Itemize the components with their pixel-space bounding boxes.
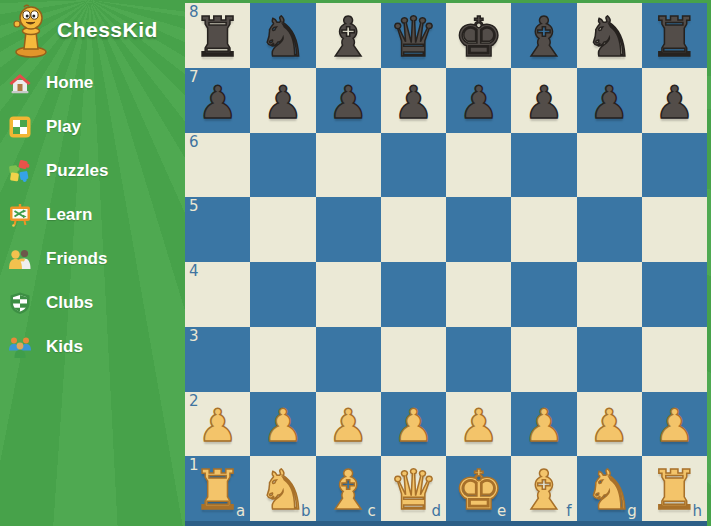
square-c8[interactable]: ♝ xyxy=(316,3,381,68)
black-pawn[interactable]: ♟ xyxy=(393,80,433,125)
logo-wordmark: ChessKid xyxy=(57,18,158,42)
square-a3[interactable]: 3 xyxy=(185,327,250,392)
square-h5[interactable] xyxy=(642,197,707,262)
square-f7[interactable]: ♟ xyxy=(511,68,576,133)
square-b3[interactable] xyxy=(250,327,315,392)
square-a6[interactable]: 6 xyxy=(185,133,250,198)
square-b6[interactable] xyxy=(250,133,315,198)
square-g7[interactable]: ♟ xyxy=(577,68,642,133)
square-c1[interactable]: c♝ xyxy=(316,456,381,521)
black-pawn[interactable]: ♟ xyxy=(524,80,564,125)
square-d8[interactable]: ♛ xyxy=(381,3,446,68)
square-h2[interactable]: ♟ xyxy=(642,392,707,457)
white-bishop[interactable]: ♝ xyxy=(519,463,568,518)
square-g6[interactable] xyxy=(577,133,642,198)
sidebar-item-learn[interactable]: Learn xyxy=(8,203,179,227)
square-a2[interactable]: 2♟ xyxy=(185,392,250,457)
sidebar-item-label: Puzzles xyxy=(46,161,108,181)
square-g8[interactable]: ♞ xyxy=(577,3,642,68)
square-a5[interactable]: 5 xyxy=(185,197,250,262)
square-c3[interactable] xyxy=(316,327,381,392)
square-a4[interactable]: 4 xyxy=(185,262,250,327)
square-g2[interactable]: ♟ xyxy=(577,392,642,457)
white-pawn[interactable]: ♟ xyxy=(654,403,694,448)
sidebar-item-label: Clubs xyxy=(46,293,93,313)
black-bishop[interactable]: ♝ xyxy=(519,10,568,65)
square-b4[interactable] xyxy=(250,262,315,327)
square-b1[interactable]: b♞ xyxy=(250,456,315,521)
square-f2[interactable]: ♟ xyxy=(511,392,576,457)
square-a7[interactable]: 7♟ xyxy=(185,68,250,133)
black-bishop[interactable]: ♝ xyxy=(323,10,372,65)
square-e6[interactable] xyxy=(446,133,511,198)
white-pawn[interactable]: ♟ xyxy=(197,403,237,448)
sidebar-item-kids[interactable]: Kids xyxy=(8,335,179,359)
black-queen[interactable]: ♛ xyxy=(389,10,438,65)
square-g5[interactable] xyxy=(577,197,642,262)
chesskid-logo[interactable]: ChessKid xyxy=(4,2,158,58)
black-pawn[interactable]: ♟ xyxy=(458,80,498,125)
kids-icon xyxy=(8,335,32,359)
square-d4[interactable] xyxy=(381,262,446,327)
chess-board: 8♜♞♝♛♚♝♞♜7♟♟♟♟♟♟♟♟65432♟♟♟♟♟♟♟♟1a♜b♞c♝d♛… xyxy=(185,3,707,526)
black-pawn[interactable]: ♟ xyxy=(654,80,694,125)
square-b2[interactable]: ♟ xyxy=(250,392,315,457)
sidebar-item-label: Home xyxy=(46,73,93,93)
chesskid-pawn-mascot-icon xyxy=(4,2,56,58)
square-d5[interactable] xyxy=(381,197,446,262)
square-a1[interactable]: 1a♜ xyxy=(185,456,250,521)
square-h7[interactable]: ♟ xyxy=(642,68,707,133)
learn-board-icon xyxy=(8,203,32,227)
square-f1[interactable]: f♝ xyxy=(511,456,576,521)
square-d3[interactable] xyxy=(381,327,446,392)
puzzles-icon xyxy=(8,159,32,183)
white-rook[interactable]: ♜ xyxy=(193,463,242,518)
sidebar-item-label: Kids xyxy=(46,337,83,357)
sidebar-item-label: Play xyxy=(46,117,81,137)
black-knight[interactable]: ♞ xyxy=(258,10,307,65)
square-f8[interactable]: ♝ xyxy=(511,3,576,68)
square-h6[interactable] xyxy=(642,133,707,198)
rank-label-5: 5 xyxy=(189,199,199,214)
sidebar-item-home[interactable]: Home xyxy=(8,71,179,95)
black-pawn[interactable]: ♟ xyxy=(197,80,237,125)
square-e4[interactable] xyxy=(446,262,511,327)
square-g4[interactable] xyxy=(577,262,642,327)
square-h3[interactable] xyxy=(642,327,707,392)
square-e8[interactable]: ♚ xyxy=(446,3,511,68)
sidebar-nav: Home Play xyxy=(8,71,179,379)
white-knight[interactable]: ♞ xyxy=(258,463,307,518)
black-knight[interactable]: ♞ xyxy=(584,10,633,65)
sidebar-item-label: Learn xyxy=(46,205,92,225)
home-icon xyxy=(8,71,32,95)
white-bishop[interactable]: ♝ xyxy=(323,463,372,518)
friends-icon xyxy=(8,247,32,271)
white-queen[interactable]: ♛ xyxy=(389,463,438,518)
play-board-icon xyxy=(8,115,32,139)
black-rook[interactable]: ♜ xyxy=(193,10,242,65)
black-king[interactable]: ♚ xyxy=(454,10,503,65)
clubs-shield-icon xyxy=(8,291,32,315)
square-c4[interactable] xyxy=(316,262,381,327)
white-pawn[interactable]: ♟ xyxy=(393,403,433,448)
square-b8[interactable]: ♞ xyxy=(250,3,315,68)
square-c2[interactable]: ♟ xyxy=(316,392,381,457)
square-g3[interactable] xyxy=(577,327,642,392)
square-f3[interactable] xyxy=(511,327,576,392)
square-f5[interactable] xyxy=(511,197,576,262)
square-d2[interactable]: ♟ xyxy=(381,392,446,457)
square-g1[interactable]: g♞ xyxy=(577,456,642,521)
square-d6[interactable] xyxy=(381,133,446,198)
square-a8[interactable]: 8♜ xyxy=(185,3,250,68)
sidebar-item-friends[interactable]: Friends xyxy=(8,247,179,271)
square-e7[interactable]: ♟ xyxy=(446,68,511,133)
black-rook[interactable]: ♜ xyxy=(650,10,699,65)
black-pawn[interactable]: ♟ xyxy=(263,80,303,125)
white-pawn[interactable]: ♟ xyxy=(589,403,629,448)
black-pawn[interactable]: ♟ xyxy=(328,80,368,125)
square-c6[interactable] xyxy=(316,133,381,198)
sidebar: ChessKid Home xyxy=(0,0,185,526)
sidebar-item-puzzles[interactable]: Puzzles xyxy=(8,159,179,183)
rank-label-6: 6 xyxy=(189,135,199,150)
square-h8[interactable]: ♜ xyxy=(642,3,707,68)
sidebar-item-label: Friends xyxy=(46,249,107,269)
white-knight[interactable]: ♞ xyxy=(584,463,633,518)
white-pawn[interactable]: ♟ xyxy=(458,403,498,448)
square-d7[interactable]: ♟ xyxy=(381,68,446,133)
square-e2[interactable]: ♟ xyxy=(446,392,511,457)
square-c7[interactable]: ♟ xyxy=(316,68,381,133)
white-pawn[interactable]: ♟ xyxy=(328,403,368,448)
black-pawn[interactable]: ♟ xyxy=(589,80,629,125)
white-pawn[interactable]: ♟ xyxy=(524,403,564,448)
white-rook[interactable]: ♜ xyxy=(650,463,699,518)
white-king[interactable]: ♚ xyxy=(454,463,503,518)
rank-label-4: 4 xyxy=(189,264,199,279)
square-b7[interactable]: ♟ xyxy=(250,68,315,133)
square-e5[interactable] xyxy=(446,197,511,262)
square-d1[interactable]: d♛ xyxy=(381,456,446,521)
square-e1[interactable]: e♚ xyxy=(446,456,511,521)
white-pawn[interactable]: ♟ xyxy=(263,403,303,448)
square-h4[interactable] xyxy=(642,262,707,327)
square-c5[interactable] xyxy=(316,197,381,262)
square-f4[interactable] xyxy=(511,262,576,327)
square-b5[interactable] xyxy=(250,197,315,262)
sidebar-item-clubs[interactable]: Clubs xyxy=(8,291,179,315)
square-h1[interactable]: h♜ xyxy=(642,456,707,521)
sidebar-item-play[interactable]: Play xyxy=(8,115,179,139)
square-f6[interactable] xyxy=(511,133,576,198)
rank-label-3: 3 xyxy=(189,329,199,344)
square-e3[interactable] xyxy=(446,327,511,392)
